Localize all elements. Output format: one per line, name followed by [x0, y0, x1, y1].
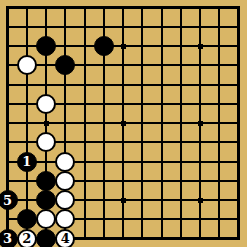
- star-point: [44, 121, 49, 126]
- stone-black: [36, 36, 56, 56]
- stone-white: [36, 94, 56, 114]
- stone-white: [55, 152, 75, 172]
- move-number-label: 1: [22, 155, 31, 168]
- star-point: [121, 198, 126, 203]
- stone-black-move-3: 3: [0, 229, 18, 247]
- move-number-label: 2: [22, 232, 31, 245]
- move-number-label: 5: [3, 194, 12, 207]
- stone-white: [36, 209, 56, 229]
- stone-black: [36, 190, 56, 210]
- stone-white: [55, 209, 75, 229]
- stone-black-move-1: 1: [17, 152, 37, 172]
- move-number-label: 4: [61, 232, 70, 245]
- stone-black: [36, 171, 56, 191]
- star-point: [198, 44, 203, 49]
- grid-line-vertical: [218, 6, 220, 240]
- stone-white: [55, 171, 75, 191]
- stone-white: [36, 132, 56, 152]
- stone-black: [17, 209, 37, 229]
- stone-black: [94, 36, 114, 56]
- stone-black: [36, 229, 56, 247]
- star-point: [121, 121, 126, 126]
- star-point: [121, 44, 126, 49]
- star-point: [198, 198, 203, 203]
- star-point: [198, 121, 203, 126]
- move-number-label: 3: [3, 232, 12, 245]
- stone-black: [55, 55, 75, 75]
- grid-line-vertical: [141, 6, 143, 240]
- go-board: 15324: [0, 0, 247, 247]
- stone-white: [17, 55, 37, 75]
- stone-white-move-2: 2: [17, 229, 37, 247]
- grid-line-vertical: [237, 6, 240, 240]
- stone-white-move-4: 4: [55, 229, 75, 247]
- grid-line-vertical: [180, 6, 182, 240]
- grid-line-horizontal: [6, 161, 240, 163]
- grid-line-vertical: [161, 6, 163, 240]
- stone-white: [55, 190, 75, 210]
- stone-black-move-5: 5: [0, 190, 18, 210]
